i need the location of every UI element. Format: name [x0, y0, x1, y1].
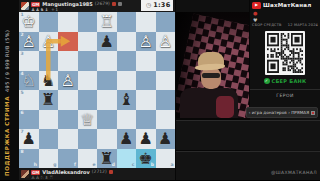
white-pawn: ♙: [22, 32, 36, 52]
square-d5[interactable]: [97, 90, 117, 110]
lower-panel-2: [176, 151, 320, 180]
square-c5[interactable]: ♝: [117, 90, 137, 110]
banner-badge-icon: [311, 111, 315, 115]
square-a6[interactable]: [156, 110, 176, 130]
square-h3[interactable]: 3: [19, 51, 39, 71]
square-f2[interactable]: [58, 32, 78, 52]
donor-game-banner: ‹ игра донатеров › ПРЯМАЯ: [246, 107, 318, 118]
white-king: ♔: [22, 12, 36, 32]
square-e4[interactable]: [78, 71, 98, 91]
square-f6[interactable]: [58, 110, 78, 130]
square-d7[interactable]: [97, 129, 117, 149]
square-h4[interactable]: ♘4: [19, 71, 39, 91]
top-player-flag-icon: [118, 2, 122, 6]
file-label: b: [151, 163, 154, 168]
webcam-feed: [176, 12, 249, 118]
rank-label: 8: [21, 150, 24, 155]
square-f8[interactable]: f: [58, 149, 78, 169]
square-d3[interactable]: [97, 51, 117, 71]
white-pawn: ♙: [61, 71, 75, 91]
donation-progress-text: 495 / 9 999 RUB (5%): [4, 8, 10, 92]
white-queen: ♕: [80, 110, 94, 130]
black-pawn: ♟: [139, 129, 153, 149]
white-clock: ◷ 1:36: [141, 0, 173, 11]
channel-name: ШахМатКанал: [263, 2, 311, 8]
square-g3[interactable]: [39, 51, 59, 71]
square-a2[interactable]: ♙: [156, 32, 176, 52]
square-c2[interactable]: [117, 32, 137, 52]
streamer-jacket-accent: [216, 96, 234, 118]
donation-sidebar: 495 / 9 999 RUB (5%) ПОДДЕРЖКА СТРИМА: [0, 0, 19, 180]
square-g5[interactable]: ♜: [39, 90, 59, 110]
square-e7[interactable]: [78, 129, 98, 149]
square-e2[interactable]: [78, 32, 98, 52]
square-d1[interactable]: ♖: [97, 12, 117, 32]
sberbank-label: СБЕР БАНК: [272, 78, 307, 84]
stream-date: 12 МАРТА 2024: [288, 23, 318, 27]
white-rook: ♖: [100, 12, 114, 32]
bottom-player-captured-pieces: ♙♙♘♗♖: [31, 176, 113, 181]
file-label: c: [132, 163, 135, 168]
white-clock-time: 1:36: [153, 1, 170, 9]
black-pawn: ♟: [158, 129, 172, 149]
bottom-player-flair-icon: [109, 170, 113, 174]
square-g7[interactable]: [39, 129, 59, 149]
square-a3[interactable]: [156, 51, 176, 71]
bottom-player-avatar: [21, 170, 29, 178]
square-b1[interactable]: [136, 12, 156, 32]
bottom-player-name: VladAleksandrov: [42, 170, 90, 175]
square-c3[interactable]: [117, 51, 137, 71]
square-h1[interactable]: ♔1: [19, 12, 39, 32]
square-g6[interactable]: [39, 110, 59, 130]
file-label: f: [74, 163, 76, 168]
square-h8[interactable]: 8h: [19, 149, 39, 169]
black-pawn: ♟: [22, 129, 36, 149]
bottom-player-title-badge: GM: [31, 170, 40, 175]
square-g4[interactable]: ♞: [39, 71, 59, 91]
file-label: h: [34, 163, 37, 168]
rank-label: 6: [21, 111, 24, 116]
channel-handle: @ШАХМАТКАНАЛ: [271, 170, 317, 175]
square-c8[interactable]: c: [117, 149, 137, 169]
panel-divider: [250, 89, 320, 90]
top-player-flair-icon: [112, 2, 116, 6]
top-player-rating: (2679): [95, 2, 110, 7]
bottom-player-rating: (2712): [92, 170, 107, 175]
file-label: a: [170, 163, 173, 168]
stream-support-label: ПОДДЕРЖКА СТРИМА: [4, 92, 10, 176]
panel-section-label: ГЕРОИ: [250, 93, 320, 98]
black-knight: ♞: [41, 71, 55, 91]
square-e5[interactable]: [78, 90, 98, 110]
square-f5[interactable]: [58, 90, 78, 110]
square-b7[interactable]: ♟: [136, 129, 156, 149]
square-f3[interactable]: [58, 51, 78, 71]
white-pawn: ♙: [41, 32, 55, 52]
square-b4[interactable]: [136, 71, 156, 91]
donation-qr-code: [265, 31, 305, 75]
white-knight: ♘: [22, 71, 36, 91]
square-g2[interactable]: ♙: [39, 32, 59, 52]
rank-label: 4: [21, 72, 24, 77]
record-dot-icon: ●: [253, 11, 257, 16]
rank-label: 3: [21, 52, 24, 57]
youtube-play-icon: ▶: [252, 2, 261, 9]
square-a4[interactable]: [156, 71, 176, 91]
white-pawn: ♙: [158, 32, 172, 52]
file-label: g: [53, 163, 56, 168]
square-a5[interactable]: [156, 90, 176, 110]
streamer-glasses: [202, 73, 220, 78]
square-g8[interactable]: g: [39, 149, 59, 169]
square-c1[interactable]: [117, 12, 137, 32]
top-player-name: Mangustinga1985: [42, 2, 93, 7]
bottom-player-bar: GM VladAleksandrov (2712) ♙♙♘♗♖: [19, 168, 175, 180]
square-g1[interactable]: [39, 12, 59, 32]
square-f1[interactable]: [58, 12, 78, 32]
square-b2[interactable]: ♙: [136, 32, 156, 52]
black-pawn: ♟: [119, 129, 133, 149]
heart-icon: ♥: [253, 18, 257, 23]
square-c4[interactable]: [117, 71, 137, 91]
sberbank-logo-icon: ✓: [264, 78, 270, 84]
clock-icon: ◷: [146, 2, 151, 8]
black-rook: ♜: [41, 90, 55, 110]
square-e3[interactable]: [78, 51, 98, 71]
square-f7[interactable]: [58, 129, 78, 149]
square-a8[interactable]: a: [156, 149, 176, 169]
square-a1[interactable]: [156, 12, 176, 32]
banner-text: ‹ игра донатеров › ПРЯМАЯ: [249, 110, 309, 115]
square-e8[interactable]: e: [78, 149, 98, 169]
rank-label: 5: [21, 91, 24, 96]
square-c6[interactable]: [117, 110, 137, 130]
top-player-avatar: [21, 2, 29, 10]
square-b3[interactable]: [136, 51, 156, 71]
square-d8[interactable]: ♜d: [97, 149, 117, 169]
file-label: d: [112, 163, 115, 168]
square-d2[interactable]: ♟: [97, 32, 117, 52]
fundraiser-label: СБОР СРЕДСТВ: [252, 23, 282, 27]
square-e6[interactable]: ♕: [78, 110, 98, 130]
square-h5[interactable]: 5: [19, 90, 39, 110]
file-label: e: [92, 163, 95, 168]
square-h7[interactable]: ♟7: [19, 129, 39, 149]
black-pawn: ♟: [100, 32, 114, 52]
square-d6[interactable]: [97, 110, 117, 130]
stream-frame: 495 / 9 999 RUB (5%) ПОДДЕРЖКА СТРИМА GM…: [0, 0, 320, 180]
square-b6[interactable]: [136, 110, 156, 130]
square-c7[interactable]: ♟: [117, 129, 137, 149]
square-a7[interactable]: ♟: [156, 129, 176, 149]
square-h6[interactable]: 6: [19, 110, 39, 130]
square-h2[interactable]: ♙2: [19, 32, 39, 52]
rank-label: 7: [21, 130, 24, 135]
rank-label: 2: [21, 33, 24, 38]
webcam-top-gap: [176, 0, 249, 12]
top-player-title-badge: GM: [31, 2, 40, 7]
black-bishop: ♝: [119, 90, 133, 110]
chess-board: ♔1♖♙2♙♟♙♙3♘4♞♙5♜♝6♕♟7♟♟♟8hgfe♜dc♚ba: [19, 12, 175, 168]
square-b5[interactable]: [136, 90, 156, 110]
white-pawn: ♙: [139, 32, 153, 52]
square-d4[interactable]: [97, 71, 117, 91]
square-f4[interactable]: ♙: [58, 71, 78, 91]
square-e1[interactable]: [78, 12, 98, 32]
square-b8[interactable]: ♚b: [136, 149, 156, 169]
rank-label: 1: [21, 13, 24, 18]
lower-panel-1: [176, 120, 320, 150]
